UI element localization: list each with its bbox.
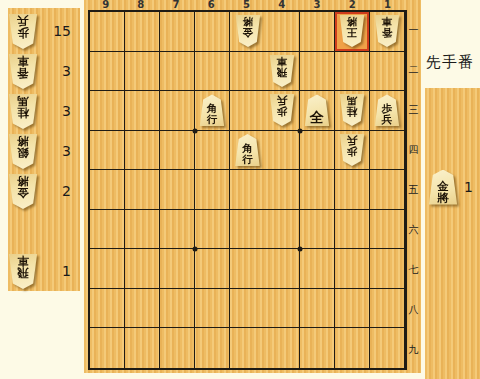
square-6-6[interactable]	[195, 210, 230, 250]
square-2-2[interactable]	[335, 52, 370, 92]
piece-kanji: 將	[17, 135, 29, 147]
shogi-piece[interactable]: 歩兵	[374, 94, 400, 126]
square-8-2[interactable]	[125, 52, 160, 92]
square-8-1[interactable]	[125, 12, 160, 52]
piece-kanji: 車	[17, 55, 29, 67]
square-2-7[interactable]	[335, 249, 370, 289]
square-2-4[interactable]: 歩兵	[335, 131, 370, 171]
rank-label: 五	[406, 170, 421, 210]
rank-label: 一	[406, 10, 421, 50]
shogi-piece[interactable]: 王將	[339, 15, 365, 47]
square-3-3[interactable]: 全	[300, 91, 335, 131]
square-6-1[interactable]	[195, 12, 230, 52]
square-4-9[interactable]	[265, 328, 300, 368]
square-4-1[interactable]	[265, 12, 300, 52]
square-5-4[interactable]: 角行	[230, 131, 265, 171]
square-4-3[interactable]: 歩兵	[265, 91, 300, 131]
hand-slot-歩兵: 歩兵15	[8, 11, 80, 51]
rank-label: 四	[406, 130, 421, 170]
shogi-piece[interactable]: 香車	[374, 15, 400, 47]
piece-kanji: 飛	[277, 67, 288, 78]
square-6-2[interactable]	[195, 52, 230, 92]
square-3-9[interactable]	[300, 328, 335, 368]
piece-kanji: 兵	[17, 15, 29, 27]
shogi-piece[interactable]: 桂馬	[339, 94, 365, 126]
file-label: 2	[335, 0, 370, 10]
shogi-piece[interactable]: 桂馬	[8, 94, 38, 129]
square-1-9[interactable]	[370, 328, 405, 368]
square-1-7[interactable]	[370, 249, 405, 289]
turn-indicator: 先手番	[426, 53, 480, 72]
square-8-5[interactable]	[125, 170, 160, 210]
square-5-6[interactable]	[230, 210, 265, 250]
sente-hand-tray: 金將1	[425, 88, 480, 379]
piece-kanji: 馬	[17, 95, 29, 107]
square-6-7[interactable]	[195, 249, 230, 289]
square-7-1[interactable]	[160, 12, 195, 52]
square-9-8[interactable]	[90, 289, 125, 329]
square-8-8[interactable]	[125, 289, 160, 329]
board-grid: 金將王將香車飛車角行歩兵全桂馬歩兵角行歩兵	[88, 10, 407, 370]
square-3-2[interactable]	[300, 52, 335, 92]
piece-kanji: 將	[437, 192, 449, 204]
square-6-5[interactable]	[195, 170, 230, 210]
shogi-piece[interactable]: 金將	[235, 15, 261, 47]
square-1-4[interactable]	[370, 131, 405, 171]
square-7-6[interactable]	[160, 210, 195, 250]
square-4-7[interactable]	[265, 249, 300, 289]
square-9-5[interactable]	[90, 170, 125, 210]
square-1-6[interactable]	[370, 210, 405, 250]
piece-kanji: 銀	[17, 147, 29, 159]
file-label: 6	[194, 0, 229, 10]
square-5-5[interactable]	[230, 170, 265, 210]
square-6-3[interactable]: 角行	[195, 91, 230, 131]
piece-kanji: 歩	[347, 146, 358, 157]
shogi-piece[interactable]: 角行	[199, 94, 225, 126]
shogi-piece[interactable]: 歩兵	[339, 134, 365, 166]
hand-slot-飛車: 飛車1	[8, 251, 80, 291]
square-6-9[interactable]	[195, 328, 230, 368]
shogi-piece[interactable]: 歩兵	[269, 94, 295, 126]
square-9-6[interactable]	[90, 210, 125, 250]
rank-labels: 一二三四五六七八九	[406, 10, 421, 370]
hand-slot-銀將: 銀將3	[8, 131, 80, 171]
hand-piece-count: 3	[38, 103, 80, 119]
square-9-2[interactable]	[90, 52, 125, 92]
square-1-3[interactable]: 歩兵	[370, 91, 405, 131]
square-8-3[interactable]	[125, 91, 160, 131]
piece-kanji: 車	[382, 16, 393, 27]
square-5-3[interactable]	[230, 91, 265, 131]
square-8-4[interactable]	[125, 131, 160, 171]
square-7-8[interactable]	[160, 289, 195, 329]
file-label: 3	[299, 0, 334, 10]
file-label: 4	[264, 0, 299, 10]
piece-kanji: 行	[207, 114, 218, 125]
file-label: 7	[158, 0, 193, 10]
piece-kanji: 車	[277, 56, 288, 67]
square-8-6[interactable]	[125, 210, 160, 250]
piece-kanji: 兵	[347, 135, 358, 146]
shogi-piece[interactable]: 銀將	[8, 134, 38, 169]
square-4-6[interactable]	[265, 210, 300, 250]
square-3-6[interactable]	[300, 210, 335, 250]
square-9-1[interactable]	[90, 12, 125, 52]
square-7-9[interactable]	[160, 328, 195, 368]
piece-kanji: 桂	[17, 107, 29, 119]
hand-slot-金將: 金將2	[8, 171, 80, 211]
file-label: 5	[229, 0, 264, 10]
hand-piece-count: 15	[38, 23, 80, 39]
square-2-8[interactable]	[335, 289, 370, 329]
square-4-4[interactable]	[265, 131, 300, 171]
square-5-1[interactable]: 金將	[230, 12, 265, 52]
square-4-2[interactable]: 飛車	[265, 52, 300, 92]
square-1-1[interactable]: 香車	[370, 12, 405, 52]
piece-kanji: 行	[242, 154, 253, 165]
hand-piece-count: 2	[38, 183, 80, 199]
shogi-piece[interactable]: 歩兵	[8, 14, 38, 49]
shogi-piece[interactable]: 飛車	[8, 254, 38, 289]
rank-label: 九	[406, 330, 421, 370]
square-9-7[interactable]	[90, 249, 125, 289]
piece-kanji: 歩	[17, 27, 29, 39]
shogi-board: 987654321 金將王將香車飛車角行歩兵全桂馬歩兵角行歩兵 一二三四五六七八…	[84, 0, 421, 373]
shogi-piece[interactable]: 角行	[235, 134, 261, 166]
piece-kanji: 馬	[347, 95, 358, 106]
square-2-3[interactable]: 桂馬	[335, 91, 370, 131]
hand-slot-香車: 香車3	[8, 51, 80, 91]
file-label: 9	[88, 0, 123, 10]
square-8-9[interactable]	[125, 328, 160, 368]
square-4-5[interactable]	[265, 170, 300, 210]
file-labels: 987654321	[88, 0, 405, 10]
hand-piece-count: 3	[38, 143, 80, 159]
square-2-5[interactable]	[335, 170, 370, 210]
shogi-piece[interactable]: 金將	[8, 174, 38, 209]
file-label: 1	[370, 0, 405, 10]
square-6-4[interactable]	[195, 131, 230, 171]
piece-kanji: 王	[347, 27, 358, 38]
hand-piece-count: 1	[38, 263, 80, 279]
piece-kanji: 金	[437, 180, 449, 192]
hand-piece-count: 1	[458, 179, 477, 195]
piece-kanji: 將	[242, 16, 253, 27]
square-3-5[interactable]	[300, 170, 335, 210]
file-label: 8	[123, 0, 158, 10]
piece-kanji: 全	[310, 110, 324, 125]
square-1-8[interactable]	[370, 289, 405, 329]
square-5-8[interactable]	[230, 289, 265, 329]
square-5-2[interactable]	[230, 52, 265, 92]
rank-label: 三	[406, 90, 421, 130]
square-5-7[interactable]	[230, 249, 265, 289]
square-1-2[interactable]	[370, 52, 405, 92]
shogi-diagram: 歩兵15香車3桂馬3銀將3金將2飛車1 987654321 金將王將香車飛車角行…	[0, 0, 480, 379]
piece-kanji: 桂	[347, 106, 358, 117]
shogi-piece[interactable]: 香車	[8, 54, 38, 89]
square-2-1[interactable]: 王將	[335, 12, 370, 52]
rank-label: 六	[406, 210, 421, 250]
gote-hand-tray: 歩兵15香車3桂馬3銀將3金將2飛車1	[8, 8, 80, 291]
square-9-9[interactable]	[90, 328, 125, 368]
square-7-5[interactable]	[160, 170, 195, 210]
square-3-1[interactable]	[300, 12, 335, 52]
square-3-4[interactable]	[300, 131, 335, 171]
piece-kanji: 飛	[17, 267, 29, 279]
piece-kanji: 將	[347, 16, 358, 27]
square-2-9[interactable]	[335, 328, 370, 368]
square-3-7[interactable]	[300, 249, 335, 289]
piece-kanji: 香	[17, 67, 29, 79]
hand-slot-金將: 金將1	[428, 167, 477, 207]
piece-kanji: 香	[382, 27, 393, 38]
square-7-2[interactable]	[160, 52, 195, 92]
square-4-8[interactable]	[265, 289, 300, 329]
shogi-piece[interactable]: 飛車	[269, 55, 295, 87]
square-1-5[interactable]	[370, 170, 405, 210]
piece-kanji: 金	[242, 27, 253, 38]
square-7-3[interactable]	[160, 91, 195, 131]
square-7-7[interactable]	[160, 249, 195, 289]
square-8-7[interactable]	[125, 249, 160, 289]
rank-label: 二	[406, 50, 421, 90]
piece-kanji: 將	[17, 175, 29, 187]
piece-kanji: 歩	[277, 106, 288, 117]
square-7-4[interactable]	[160, 131, 195, 171]
piece-kanji: 金	[17, 187, 29, 199]
square-2-6[interactable]	[335, 210, 370, 250]
rank-label: 八	[406, 290, 421, 330]
hand-piece-count: 3	[38, 63, 80, 79]
shogi-piece[interactable]: 金將	[428, 170, 458, 205]
rank-label: 七	[406, 250, 421, 290]
square-5-9[interactable]	[230, 328, 265, 368]
square-9-3[interactable]	[90, 91, 125, 131]
square-9-4[interactable]	[90, 131, 125, 171]
shogi-piece[interactable]: 全	[304, 94, 330, 126]
piece-kanji: 車	[17, 255, 29, 267]
hand-slot-empty	[8, 211, 80, 251]
square-3-8[interactable]	[300, 289, 335, 329]
hand-slot-桂馬: 桂馬3	[8, 91, 80, 131]
square-6-8[interactable]	[195, 289, 230, 329]
piece-kanji: 兵	[382, 114, 393, 125]
piece-kanji: 兵	[277, 95, 288, 106]
